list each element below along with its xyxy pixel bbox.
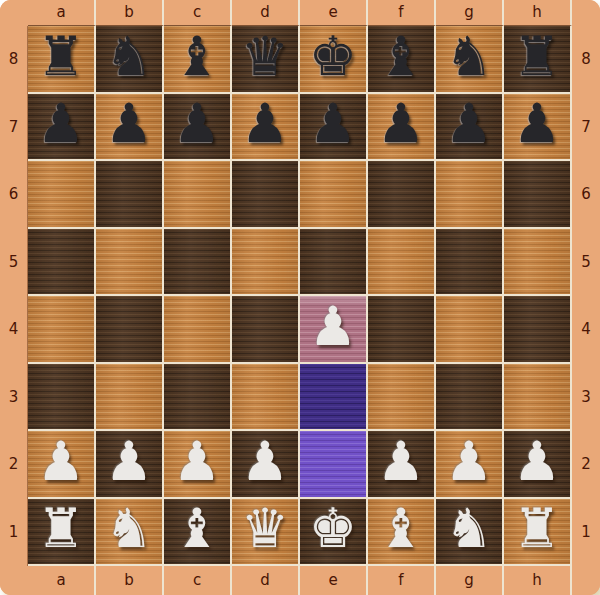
rank-label-right-2-text: 2 (581, 457, 591, 472)
rank-label-left-7-text: 7 (9, 120, 19, 135)
file-label-top-e-text: e (328, 5, 337, 20)
square-a7[interactable]: ♟ (28, 94, 96, 162)
piece-white-pawn-b2[interactable]: ♟ (105, 435, 153, 489)
rank-label-left-6-text: 6 (9, 187, 19, 202)
square-c2[interactable]: ♟ (164, 431, 232, 499)
square-g7[interactable]: ♟ (436, 94, 504, 162)
square-d5[interactable] (232, 229, 300, 297)
square-b2[interactable]: ♟ (96, 431, 164, 499)
piece-black-pawn-c7[interactable]: ♟ (173, 97, 221, 151)
piece-black-rook-h8[interactable]: ♜ (513, 30, 561, 84)
square-g3[interactable] (436, 364, 504, 432)
file-label-bottom-c-text: c (193, 573, 201, 588)
piece-black-rook-a8[interactable]: ♜ (37, 30, 85, 84)
piece-black-knight-b8[interactable]: ♞ (105, 30, 153, 84)
square-e3[interactable] (300, 364, 368, 432)
piece-white-pawn-h2[interactable]: ♟ (513, 435, 561, 489)
rank-label-right-6-text: 6 (581, 187, 591, 202)
rank-label-right-1-text: 1 (581, 525, 591, 540)
file-label-top-g: g (436, 0, 504, 26)
file-label-bottom-c: c (164, 566, 232, 595)
square-b5[interactable] (96, 229, 164, 297)
square-f5[interactable] (368, 229, 436, 297)
rank-label-left-8-text: 8 (9, 52, 19, 67)
file-label-top-a-text: a (56, 5, 65, 20)
square-d4[interactable] (232, 296, 300, 364)
square-c1[interactable]: ♝ (164, 499, 232, 567)
square-h8[interactable]: ♜ (504, 26, 572, 94)
piece-black-pawn-d7[interactable]: ♟ (241, 97, 289, 151)
file-label-bottom-h: h (504, 566, 572, 595)
rank-label-left-3: 3 (0, 364, 28, 432)
square-c5[interactable] (164, 229, 232, 297)
square-f4[interactable] (368, 296, 436, 364)
square-f2[interactable]: ♟ (368, 431, 436, 499)
square-g8[interactable]: ♞ (436, 26, 504, 94)
piece-black-pawn-h7[interactable]: ♟ (513, 97, 561, 151)
file-label-bottom-f-text: f (398, 573, 403, 588)
piece-white-knight-b1[interactable]: ♞ (105, 502, 153, 556)
square-e5[interactable] (300, 229, 368, 297)
piece-white-rook-a1[interactable]: ♜ (37, 502, 85, 556)
chess-board-grid: abcdefgh8♜♞♝♛♚♝♞♜87♟♟♟♟♟♟♟♟766554♟4332♟♟… (0, 0, 600, 595)
square-a4[interactable] (28, 296, 96, 364)
square-c6[interactable] (164, 161, 232, 229)
piece-black-pawn-f7[interactable]: ♟ (377, 97, 425, 151)
piece-black-bishop-f8[interactable]: ♝ (377, 30, 425, 84)
rank-label-left-7: 7 (0, 94, 28, 162)
rank-label-left-5-text: 5 (9, 255, 19, 270)
file-label-bottom-h-text: h (532, 573, 542, 588)
square-h6[interactable] (504, 161, 572, 229)
file-label-bottom-a-text: a (56, 573, 65, 588)
square-b6[interactable] (96, 161, 164, 229)
file-label-bottom-e: e (300, 566, 368, 595)
rank-label-right-5: 5 (572, 229, 600, 297)
square-h3[interactable] (504, 364, 572, 432)
rank-label-right-3-text: 3 (581, 390, 591, 405)
square-g6[interactable] (436, 161, 504, 229)
rank-label-left-5: 5 (0, 229, 28, 297)
file-label-top-f: f (368, 0, 436, 26)
piece-black-pawn-g7[interactable]: ♟ (445, 97, 493, 151)
rank-label-left-1-text: 1 (9, 525, 19, 540)
piece-white-bishop-f1[interactable]: ♝ (377, 502, 425, 556)
square-f3[interactable] (368, 364, 436, 432)
piece-white-pawn-g2[interactable]: ♟ (445, 435, 493, 489)
square-g4[interactable] (436, 296, 504, 364)
square-e6[interactable] (300, 161, 368, 229)
square-e7[interactable]: ♟ (300, 94, 368, 162)
square-d7[interactable]: ♟ (232, 94, 300, 162)
rank-label-left-1: 1 (0, 499, 28, 567)
file-label-top-b: b (96, 0, 164, 26)
frame-corner-bottom-right (572, 566, 600, 595)
square-b8[interactable]: ♞ (96, 26, 164, 94)
square-b3[interactable] (96, 364, 164, 432)
square-a8[interactable]: ♜ (28, 26, 96, 94)
square-d8[interactable]: ♛ (232, 26, 300, 94)
rank-label-right-6: 6 (572, 161, 600, 229)
file-label-top-h-text: h (532, 5, 542, 20)
file-label-top-b-text: b (124, 5, 134, 20)
file-label-top-d-text: d (260, 5, 270, 20)
square-a1[interactable]: ♜ (28, 499, 96, 567)
rank-label-left-2: 2 (0, 431, 28, 499)
rank-label-right-4-text: 4 (581, 322, 591, 337)
rank-label-right-7-text: 7 (581, 120, 591, 135)
file-label-bottom-d-text: d (260, 573, 270, 588)
file-label-bottom-g: g (436, 566, 504, 595)
rank-label-left-2-text: 2 (9, 457, 19, 472)
frame-corner-top-right (572, 0, 600, 26)
file-label-top-c: c (164, 0, 232, 26)
piece-white-pawn-f2[interactable]: ♟ (377, 435, 425, 489)
square-d6[interactable] (232, 161, 300, 229)
square-a3[interactable] (28, 364, 96, 432)
rank-label-right-7: 7 (572, 94, 600, 162)
square-h4[interactable] (504, 296, 572, 364)
piece-white-pawn-a2[interactable]: ♟ (37, 435, 85, 489)
square-h5[interactable] (504, 229, 572, 297)
square-c4[interactable] (164, 296, 232, 364)
piece-black-queen-d8[interactable]: ♛ (241, 30, 289, 84)
piece-white-knight-g1[interactable]: ♞ (445, 502, 493, 556)
square-c3[interactable] (164, 364, 232, 432)
rank-label-left-8: 8 (0, 26, 28, 94)
rank-label-left-6: 6 (0, 161, 28, 229)
square-f7[interactable]: ♟ (368, 94, 436, 162)
file-label-bottom-f: f (368, 566, 436, 595)
square-d2[interactable]: ♟ (232, 431, 300, 499)
piece-white-king-e1[interactable]: ♚ (309, 502, 357, 556)
file-label-top-c-text: c (193, 5, 201, 20)
piece-white-rook-h1[interactable]: ♜ (513, 502, 561, 556)
square-a6[interactable] (28, 161, 96, 229)
piece-white-queen-d1[interactable]: ♛ (241, 502, 289, 556)
piece-black-pawn-b7[interactable]: ♟ (105, 97, 153, 151)
rank-label-right-5-text: 5 (581, 255, 591, 270)
piece-black-bishop-c8[interactable]: ♝ (173, 30, 221, 84)
square-h7[interactable]: ♟ (504, 94, 572, 162)
rank-label-right-2: 2 (572, 431, 600, 499)
square-g2[interactable]: ♟ (436, 431, 504, 499)
file-label-bottom-a: a (28, 566, 96, 595)
rank-label-right-8-text: 8 (581, 52, 591, 67)
rank-label-right-4: 4 (572, 296, 600, 364)
file-label-bottom-b-text: b (124, 573, 134, 588)
file-label-top-g-text: g (464, 5, 474, 20)
square-a5[interactable] (28, 229, 96, 297)
file-label-bottom-b: b (96, 566, 164, 595)
square-e1[interactable]: ♚ (300, 499, 368, 567)
piece-black-king-e8[interactable]: ♚ (309, 30, 357, 84)
square-e4[interactable]: ♟ (300, 296, 368, 364)
file-label-top-d: d (232, 0, 300, 26)
file-label-bottom-g-text: g (464, 573, 474, 588)
rank-label-left-4-text: 4 (9, 322, 19, 337)
rank-label-right-8: 8 (572, 26, 600, 94)
square-d3[interactable] (232, 364, 300, 432)
square-g1[interactable]: ♞ (436, 499, 504, 567)
piece-black-pawn-e7[interactable]: ♟ (309, 97, 357, 151)
rank-label-left-3-text: 3 (9, 390, 19, 405)
square-c7[interactable]: ♟ (164, 94, 232, 162)
frame-corner-bottom-left (0, 566, 28, 595)
file-label-top-a: a (28, 0, 96, 26)
rank-label-right-1: 1 (572, 499, 600, 567)
rank-label-right-3: 3 (572, 364, 600, 432)
square-b7[interactable]: ♟ (96, 94, 164, 162)
piece-white-pawn-c2[interactable]: ♟ (173, 435, 221, 489)
file-label-top-h: h (504, 0, 572, 26)
square-d1[interactable]: ♛ (232, 499, 300, 567)
square-a2[interactable]: ♟ (28, 431, 96, 499)
piece-white-pawn-d2[interactable]: ♟ (241, 435, 289, 489)
square-b4[interactable] (96, 296, 164, 364)
piece-black-pawn-a7[interactable]: ♟ (37, 97, 85, 151)
file-label-top-f-text: f (398, 5, 403, 20)
square-e8[interactable]: ♚ (300, 26, 368, 94)
square-f1[interactable]: ♝ (368, 499, 436, 567)
square-g5[interactable] (436, 229, 504, 297)
file-label-bottom-e-text: e (328, 573, 337, 588)
square-e2[interactable] (300, 431, 368, 499)
rank-label-left-4: 4 (0, 296, 28, 364)
square-f6[interactable] (368, 161, 436, 229)
piece-white-pawn-e4[interactable]: ♟ (309, 300, 357, 354)
file-label-bottom-d: d (232, 566, 300, 595)
square-c8[interactable]: ♝ (164, 26, 232, 94)
square-h2[interactable]: ♟ (504, 431, 572, 499)
chess-board: abcdefgh8♜♞♝♛♚♝♞♜87♟♟♟♟♟♟♟♟766554♟4332♟♟… (0, 0, 600, 595)
square-h1[interactable]: ♜ (504, 499, 572, 567)
piece-black-knight-g8[interactable]: ♞ (445, 30, 493, 84)
square-b1[interactable]: ♞ (96, 499, 164, 567)
piece-white-bishop-c1[interactable]: ♝ (173, 502, 221, 556)
file-label-top-e: e (300, 0, 368, 26)
frame-corner-top-left (0, 0, 28, 26)
square-f8[interactable]: ♝ (368, 26, 436, 94)
